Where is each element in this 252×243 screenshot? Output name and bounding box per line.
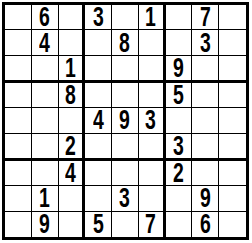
cell-r7c3[interactable]: 4 [59,161,86,186]
cell-r8c3[interactable] [59,186,86,211]
given-digit: 7 [200,5,211,29]
cell-r4c6[interactable] [139,83,166,108]
given-digit: 6 [200,212,211,236]
cell-r9c4[interactable]: 5 [85,212,112,237]
cell-r6c9[interactable] [219,134,246,161]
cell-r5c2[interactable] [32,108,59,133]
cell-r5c5[interactable]: 9 [112,108,139,133]
cell-r8c2[interactable]: 1 [32,186,59,211]
given-digit: 9 [173,56,184,80]
cell-r3c4[interactable] [85,56,112,83]
cell-r6c4[interactable] [85,134,112,161]
cell-r4c9[interactable] [219,83,246,108]
cell-r9c7[interactable] [166,212,193,237]
cell-r1c6[interactable]: 1 [139,5,166,30]
given-digit: 7 [145,212,156,236]
given-digit: 1 [39,186,50,210]
cell-r7c5[interactable] [112,161,139,186]
given-digit: 4 [39,31,50,55]
cell-r2c6[interactable] [139,30,166,55]
cell-r5c1[interactable] [5,108,32,133]
cell-r2c1[interactable] [5,30,32,55]
cell-r7c7[interactable]: 2 [166,161,193,186]
cell-r6c6[interactable] [139,134,166,161]
given-digit: 9 [39,212,50,236]
cell-r3c1[interactable] [5,56,32,83]
cell-r2c9[interactable] [219,30,246,55]
given-digit: 3 [200,31,211,55]
cell-r4c7[interactable]: 5 [166,83,193,108]
cell-r9c5[interactable] [112,212,139,237]
cell-r8c7[interactable] [166,186,193,211]
cell-r1c1[interactable] [5,5,32,30]
cell-r8c6[interactable] [139,186,166,211]
cell-r6c5[interactable] [112,134,139,161]
given-digit: 3 [93,5,104,29]
given-digit: 3 [145,108,156,132]
cell-r7c2[interactable] [32,161,59,186]
cell-r6c7[interactable]: 3 [166,134,193,161]
cell-r2c2[interactable]: 4 [32,30,59,55]
cell-r7c4[interactable] [85,161,112,186]
cell-r7c6[interactable] [139,161,166,186]
cell-r7c9[interactable] [219,161,246,186]
cell-r9c3[interactable] [59,212,86,237]
cell-r8c1[interactable] [5,186,32,211]
cell-r4c4[interactable] [85,83,112,108]
given-digit: 8 [120,31,131,55]
cell-r7c8[interactable] [192,161,219,186]
cell-r3c9[interactable] [219,56,246,83]
cell-r4c5[interactable] [112,83,139,108]
cell-r4c2[interactable] [32,83,59,108]
given-digit: 1 [145,5,156,29]
cell-r4c8[interactable] [192,83,219,108]
cell-r8c5[interactable]: 3 [112,186,139,211]
cell-r8c9[interactable] [219,186,246,211]
given-digit: 6 [39,5,50,29]
cell-r1c8[interactable]: 7 [192,5,219,30]
given-digit: 9 [200,186,211,210]
cell-r6c1[interactable] [5,134,32,161]
cell-r1c7[interactable] [166,5,193,30]
cell-r9c8[interactable]: 6 [192,212,219,237]
cell-r6c3[interactable]: 2 [59,134,86,161]
cell-r8c8[interactable]: 9 [192,186,219,211]
cell-r5c4[interactable]: 4 [85,108,112,133]
cell-r1c3[interactable] [59,5,86,30]
cell-r3c3[interactable]: 1 [59,56,86,83]
given-digit: 5 [173,83,184,107]
cell-r3c5[interactable] [112,56,139,83]
cell-r6c8[interactable] [192,134,219,161]
cell-r3c2[interactable] [32,56,59,83]
given-digit: 4 [65,161,76,185]
cell-r8c4[interactable] [85,186,112,211]
sudoku-screenshot: 6317483198549323421399576 [0,0,252,243]
given-digit: 3 [173,134,184,158]
cell-r5c9[interactable] [219,108,246,133]
given-digit: 2 [65,134,76,158]
cell-r6c2[interactable] [32,134,59,161]
cell-r3c6[interactable] [139,56,166,83]
cell-r4c3[interactable]: 8 [59,83,86,108]
sudoku-board: 6317483198549323421399576 [2,2,249,240]
given-digit: 9 [120,108,131,132]
cell-r1c9[interactable] [219,5,246,30]
given-digit: 8 [65,83,76,107]
given-digit: 3 [120,186,131,210]
cell-r3c8[interactable] [192,56,219,83]
cell-r2c8[interactable]: 3 [192,30,219,55]
cell-r5c8[interactable] [192,108,219,133]
cell-r9c9[interactable] [219,212,246,237]
cell-r4c1[interactable] [5,83,32,108]
given-digit: 2 [173,161,184,185]
cell-r2c4[interactable] [85,30,112,55]
cell-r3c7[interactable]: 9 [166,56,193,83]
cell-r2c5[interactable]: 8 [112,30,139,55]
given-digit: 4 [93,108,104,132]
cell-r9c2[interactable]: 9 [32,212,59,237]
given-digit: 5 [93,212,104,236]
given-digit: 1 [65,56,76,80]
cell-r9c6[interactable]: 7 [139,212,166,237]
cell-r5c6[interactable]: 3 [139,108,166,133]
cell-r9c1[interactable] [5,212,32,237]
cell-r1c2[interactable]: 6 [32,5,59,30]
cell-r1c5[interactable] [112,5,139,30]
cell-r1c4[interactable]: 3 [85,5,112,30]
cell-r7c1[interactable] [5,161,32,186]
